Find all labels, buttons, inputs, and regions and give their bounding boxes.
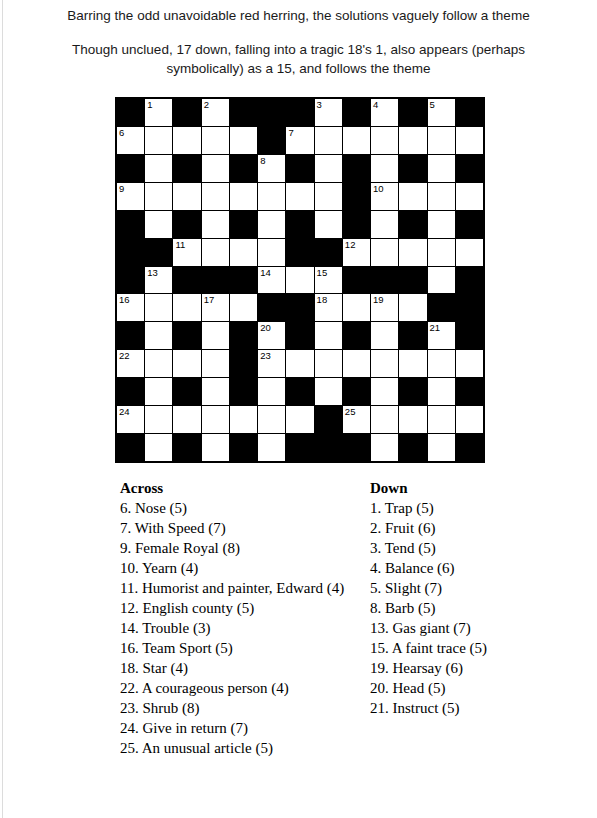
clue: 4. Balance (6) xyxy=(370,558,580,578)
clue-number: 19 xyxy=(373,294,384,305)
grid-cell-black xyxy=(343,155,370,182)
clue-number: 2 xyxy=(204,99,209,110)
grid-cell[interactable] xyxy=(258,434,285,461)
grid-cell[interactable]: 20 xyxy=(258,322,285,349)
grid-cell[interactable] xyxy=(399,127,426,154)
grid-cell-black xyxy=(173,99,200,126)
clue-number: 9 xyxy=(119,183,124,194)
subtitle-line-2: symbolically) as a 15, and follows the t… xyxy=(0,59,597,78)
grid-cell-black xyxy=(173,322,200,349)
grid-cell[interactable] xyxy=(399,239,426,266)
grid-cell-black xyxy=(399,267,426,294)
grid-cell[interactable] xyxy=(258,378,285,405)
grid-cell[interactable] xyxy=(145,127,172,154)
clue-number: 23 xyxy=(260,350,271,361)
grid-cell[interactable]: 19 xyxy=(371,294,398,321)
clue: 5. Slight (7) xyxy=(370,578,580,598)
grid-cell-black xyxy=(456,322,483,349)
grid-cell[interactable] xyxy=(456,183,483,210)
grid-cell[interactable] xyxy=(315,155,342,182)
grid-cell-black xyxy=(230,322,257,349)
clue-number: 21 xyxy=(430,322,441,333)
grid-cell-black xyxy=(399,378,426,405)
grid-cell[interactable] xyxy=(173,294,200,321)
clue: 2. Fruit (6) xyxy=(370,518,580,538)
grid-cell[interactable] xyxy=(371,239,398,266)
grid-cell-black xyxy=(286,99,313,126)
grid-cell[interactable] xyxy=(258,211,285,238)
grid-cell[interactable] xyxy=(399,183,426,210)
grid-cell[interactable] xyxy=(230,294,257,321)
grid-cell[interactable] xyxy=(371,127,398,154)
grid-cell[interactable]: 7 xyxy=(286,127,313,154)
grid-cell-black xyxy=(343,211,370,238)
grid-cell[interactable] xyxy=(428,211,455,238)
down-clues-column: Down 1. Trap (5)2. Fruit (6)3. Tend (5)4… xyxy=(370,478,580,758)
grid-cell[interactable] xyxy=(371,211,398,238)
grid-cell[interactable]: 1 xyxy=(145,99,172,126)
grid-cell[interactable] xyxy=(145,406,172,433)
grid-cell[interactable] xyxy=(428,127,455,154)
grid-cell[interactable] xyxy=(428,406,455,433)
grid-cell[interactable] xyxy=(371,378,398,405)
grid-cell[interactable] xyxy=(315,350,342,377)
across-clue-list: 6. Nose (5)7. With Speed (7)9. Female Ro… xyxy=(120,498,370,758)
grid-cell-black xyxy=(343,99,370,126)
grid-cell[interactable] xyxy=(258,183,285,210)
clue: 1. Trap (5) xyxy=(370,498,580,518)
grid-cell[interactable] xyxy=(286,350,313,377)
puzzle-preamble-subtitle: Though unclued, 17 down, falling into a … xyxy=(0,40,597,78)
grid-cell-black xyxy=(315,239,342,266)
puzzle-preamble-title: Barring the odd unavoidable red herring,… xyxy=(0,7,597,24)
clue: 25. An unusual article (5) xyxy=(120,738,352,758)
grid-cell-black xyxy=(230,99,257,126)
grid-cell[interactable]: 10 xyxy=(371,183,398,210)
clue-number: 17 xyxy=(204,294,215,305)
grid-cell-black xyxy=(230,155,257,182)
grid-cell[interactable] xyxy=(371,322,398,349)
grid-cell[interactable] xyxy=(286,406,313,433)
crossword-grid: 1234567891011121314151617181920212223242… xyxy=(115,97,485,463)
grid-cell[interactable] xyxy=(202,350,229,377)
grid-cell-black xyxy=(230,350,257,377)
grid-cell[interactable] xyxy=(428,239,455,266)
grid-cell[interactable]: 15 xyxy=(315,267,342,294)
grid-cell[interactable] xyxy=(456,239,483,266)
grid-cell-black xyxy=(258,294,285,321)
grid-cell[interactable] xyxy=(230,406,257,433)
clue: 24. Give in return (7) xyxy=(120,718,352,738)
grid-cell-black xyxy=(399,434,426,461)
grid-cell[interactable] xyxy=(145,378,172,405)
clue-number: 13 xyxy=(147,267,158,278)
across-clues-column: Across 6. Nose (5)7. With Speed (7)9. Fe… xyxy=(120,478,370,758)
clue-number: 20 xyxy=(260,322,271,333)
grid-cell-black xyxy=(371,267,398,294)
clue: 10. Yearn (4) xyxy=(120,558,352,578)
grid-cell[interactable] xyxy=(428,350,455,377)
grid-cell-black xyxy=(456,267,483,294)
grid-cell-black xyxy=(399,155,426,182)
grid-cell[interactable] xyxy=(399,406,426,433)
grid-cell[interactable] xyxy=(173,406,200,433)
grid-cell-black xyxy=(343,267,370,294)
grid-cell-black xyxy=(286,239,313,266)
grid-cell[interactable]: 18 xyxy=(315,294,342,321)
grid-cell-black xyxy=(173,155,200,182)
clue: 9. Female Royal (8) xyxy=(120,538,352,558)
grid-cell-black xyxy=(117,267,144,294)
grid-cell[interactable] xyxy=(173,183,200,210)
grid-cell[interactable]: 2 xyxy=(202,99,229,126)
grid-cell[interactable] xyxy=(202,155,229,182)
grid-cell[interactable] xyxy=(399,294,426,321)
subtitle-line-1: Though unclued, 17 down, falling into a … xyxy=(0,40,597,59)
grid-cell[interactable] xyxy=(145,350,172,377)
grid-cell[interactable] xyxy=(456,406,483,433)
grid-cell[interactable] xyxy=(371,406,398,433)
grid-cell[interactable] xyxy=(202,322,229,349)
grid-cell[interactable] xyxy=(315,378,342,405)
grid-cell-black xyxy=(399,211,426,238)
grid-cell-black xyxy=(173,434,200,461)
down-clue-list: 1. Trap (5)2. Fruit (6)3. Tend (5)4. Bal… xyxy=(370,498,580,718)
grid-cell-black xyxy=(315,406,342,433)
clue: 6. Nose (5) xyxy=(120,498,352,518)
grid-cell-black xyxy=(343,183,370,210)
grid-cell[interactable] xyxy=(258,406,285,433)
grid-cell[interactable]: 17 xyxy=(202,294,229,321)
grid-cell[interactable] xyxy=(202,211,229,238)
grid-cell[interactable]: 5 xyxy=(428,99,455,126)
grid-cell[interactable] xyxy=(202,406,229,433)
grid-cell-black xyxy=(286,155,313,182)
grid-cell[interactable]: 21 xyxy=(428,322,455,349)
grid-cell[interactable] xyxy=(315,211,342,238)
down-heading: Down xyxy=(370,478,580,498)
grid-cell-black xyxy=(230,434,257,461)
grid-cell[interactable] xyxy=(202,183,229,210)
grid-cell-black xyxy=(456,378,483,405)
grid-cell[interactable] xyxy=(286,183,313,210)
across-heading: Across xyxy=(120,478,370,498)
clue: 19. Hearsay (6) xyxy=(370,658,580,678)
grid-cell[interactable] xyxy=(145,434,172,461)
grid-cell[interactable]: 3 xyxy=(315,99,342,126)
clue: 16. Team Sport (5) xyxy=(120,638,352,658)
clue-number: 12 xyxy=(345,239,356,250)
grid-cell-black xyxy=(343,322,370,349)
grid-cell[interactable] xyxy=(399,350,426,377)
clue-number: 15 xyxy=(317,267,328,278)
grid-cell[interactable]: 6 xyxy=(117,127,144,154)
clue: 3. Tend (5) xyxy=(370,538,580,558)
grid-cell[interactable] xyxy=(428,378,455,405)
grid-cell[interactable] xyxy=(456,350,483,377)
grid-cell[interactable] xyxy=(343,127,370,154)
clue-number: 16 xyxy=(119,294,130,305)
grid-cell-black xyxy=(173,211,200,238)
grid-cell[interactable] xyxy=(371,155,398,182)
clue: 8. Barb (5) xyxy=(370,598,580,618)
grid-cell-black xyxy=(230,267,257,294)
clue: 23. Shrub (8) xyxy=(120,698,352,718)
clue-number: 3 xyxy=(317,99,322,110)
grid-cell[interactable] xyxy=(428,267,455,294)
page-left-border xyxy=(2,0,3,818)
clue: 7. With Speed (7) xyxy=(120,518,352,538)
grid-cell-black xyxy=(399,99,426,126)
grid-cell-black xyxy=(456,434,483,461)
grid-cell[interactable] xyxy=(428,183,455,210)
grid-cell[interactable] xyxy=(371,350,398,377)
grid-cell[interactable] xyxy=(145,155,172,182)
grid-cell-black xyxy=(286,434,313,461)
grid-cell-black xyxy=(230,378,257,405)
grid-cell[interactable] xyxy=(343,294,370,321)
grid-cell-black xyxy=(456,211,483,238)
grid-cell[interactable]: 22 xyxy=(117,350,144,377)
grid-cell[interactable] xyxy=(456,127,483,154)
grid-cell[interactable]: 8 xyxy=(258,155,285,182)
grid-cell[interactable]: 11 xyxy=(173,239,200,266)
grid-cell[interactable] xyxy=(315,322,342,349)
grid-cell[interactable] xyxy=(173,350,200,377)
grid-cell[interactable] xyxy=(145,322,172,349)
grid-cell[interactable] xyxy=(202,434,229,461)
grid-cell[interactable]: 25 xyxy=(343,406,370,433)
grid-cell[interactable] xyxy=(202,127,229,154)
clue: 22. A courageous person (4) xyxy=(120,678,352,698)
grid-cell[interactable]: 24 xyxy=(117,406,144,433)
grid-cell-black xyxy=(286,294,313,321)
grid-cell-black xyxy=(202,267,229,294)
clue: 14. Trouble (3) xyxy=(120,618,352,638)
clue-number: 7 xyxy=(288,127,293,138)
grid-cell[interactable] xyxy=(286,267,313,294)
grid-cell[interactable] xyxy=(343,350,370,377)
grid-cell-black xyxy=(258,99,285,126)
clue-number: 6 xyxy=(119,127,124,138)
grid-cell-black xyxy=(117,378,144,405)
grid-cell[interactable] xyxy=(371,434,398,461)
clue-number: 22 xyxy=(119,350,130,361)
grid-cell[interactable]: 4 xyxy=(371,99,398,126)
grid-cell[interactable] xyxy=(428,434,455,461)
clue-number: 18 xyxy=(317,294,328,305)
clue: 18. Star (4) xyxy=(120,658,352,678)
clue-number: 14 xyxy=(260,267,271,278)
grid-cell-black xyxy=(343,434,370,461)
clue: 21. Instruct (5) xyxy=(370,698,580,718)
grid-cell-black xyxy=(315,434,342,461)
grid-cell-black xyxy=(286,211,313,238)
grid-cell-black xyxy=(117,434,144,461)
grid-cell-black xyxy=(286,378,313,405)
grid-cell[interactable]: 12 xyxy=(343,239,370,266)
grid-cell[interactable] xyxy=(315,183,342,210)
grid-cell[interactable] xyxy=(230,183,257,210)
grid-cell-black xyxy=(258,127,285,154)
grid-cell-black xyxy=(286,322,313,349)
grid-cell[interactable] xyxy=(202,378,229,405)
grid-cell[interactable]: 9 xyxy=(117,183,144,210)
grid-cell-black xyxy=(456,155,483,182)
clue-number: 25 xyxy=(345,406,356,417)
clue-number: 8 xyxy=(260,155,265,166)
clue: 13. Gas giant (7) xyxy=(370,618,580,638)
grid-cell-black xyxy=(456,99,483,126)
clue: 15. A faint trace (5) xyxy=(370,638,580,658)
grid-cell[interactable] xyxy=(230,239,257,266)
grid-cell-black xyxy=(428,294,455,321)
grid-cell[interactable] xyxy=(145,183,172,210)
clue: 12. English county (5) xyxy=(120,598,352,618)
grid-cell[interactable]: 23 xyxy=(258,350,285,377)
grid-cell-black xyxy=(456,294,483,321)
grid-cell[interactable]: 13 xyxy=(145,267,172,294)
grid-cell[interactable] xyxy=(173,127,200,154)
grid-cell-black xyxy=(117,211,144,238)
clue-number: 4 xyxy=(373,99,378,110)
grid-cell[interactable] xyxy=(315,127,342,154)
grid-cell[interactable] xyxy=(145,211,172,238)
grid-cell-black xyxy=(117,239,144,266)
grid-cell-black xyxy=(399,322,426,349)
clue-section: Across 6. Nose (5)7. With Speed (7)9. Fe… xyxy=(120,478,580,758)
clue-number: 5 xyxy=(430,99,435,110)
grid-cell[interactable] xyxy=(230,127,257,154)
grid-cell[interactable] xyxy=(145,294,172,321)
grid-cell[interactable]: 16 xyxy=(117,294,144,321)
grid-cell[interactable] xyxy=(258,239,285,266)
clue-number: 1 xyxy=(147,99,152,110)
grid-cell-black xyxy=(343,378,370,405)
grid-cell[interactable] xyxy=(428,155,455,182)
grid-cell[interactable]: 14 xyxy=(258,267,285,294)
clue: 11. Humorist and painter, Edward (4) xyxy=(120,578,352,598)
grid-cell-black xyxy=(117,322,144,349)
grid-cell-black xyxy=(173,267,200,294)
grid-cell-black xyxy=(145,239,172,266)
grid-cell-black xyxy=(117,99,144,126)
clue-number: 10 xyxy=(373,183,384,194)
grid-cell-black xyxy=(117,155,144,182)
grid-cell[interactable] xyxy=(202,239,229,266)
clue-number: 24 xyxy=(119,406,130,417)
clue-number: 11 xyxy=(175,239,185,250)
grid-cell-black xyxy=(173,378,200,405)
clue: 20. Head (5) xyxy=(370,678,580,698)
grid-cell-black xyxy=(230,211,257,238)
